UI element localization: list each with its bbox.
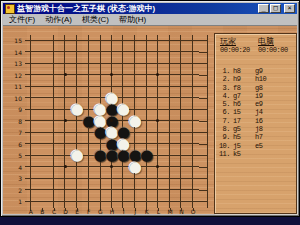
board-cell-l13[interactable] bbox=[153, 58, 165, 70]
board-cell-i3[interactable] bbox=[118, 173, 130, 185]
board-cell-b4[interactable] bbox=[37, 162, 49, 174]
move-number: 2. bbox=[215, 75, 230, 83]
board-cell-e10[interactable] bbox=[71, 93, 83, 105]
board-cell-f11[interactable] bbox=[83, 81, 95, 93]
board-cell-k15[interactable] bbox=[141, 35, 153, 47]
board-cell-j2[interactable] bbox=[129, 185, 141, 197]
window-controls: _ □ × bbox=[258, 4, 295, 13]
move-row-6: 6.i5j4 bbox=[215, 108, 296, 116]
board-cell-o12[interactable] bbox=[187, 70, 199, 82]
board-cell-f3[interactable] bbox=[83, 173, 95, 185]
board-cell-c2[interactable] bbox=[48, 185, 60, 197]
black-move: j5 bbox=[230, 142, 255, 150]
white-move: g9 bbox=[255, 67, 296, 75]
board-cell-b1[interactable] bbox=[37, 196, 49, 208]
board-cell-j6[interactable] bbox=[129, 139, 141, 151]
col-label-N: N bbox=[176, 208, 188, 215]
board-cell-m3[interactable] bbox=[164, 173, 176, 185]
board-cell-o5[interactable] bbox=[187, 150, 199, 162]
menu-item-1[interactable]: 动作(A) bbox=[41, 15, 78, 25]
board-cell-f9[interactable] bbox=[83, 104, 95, 116]
board-cell-c6[interactable] bbox=[48, 139, 60, 151]
board-cell-b11[interactable] bbox=[37, 81, 49, 93]
board-cell-j10[interactable] bbox=[129, 93, 141, 105]
move-number: 1. bbox=[215, 67, 230, 75]
black-move: h9 bbox=[230, 75, 255, 83]
board-cell-g11[interactable] bbox=[95, 81, 107, 93]
board-cell-b9[interactable] bbox=[37, 104, 49, 116]
col-label-F: F bbox=[83, 208, 95, 215]
board-cell-b14[interactable] bbox=[37, 47, 49, 59]
board-cell-f7[interactable] bbox=[83, 127, 95, 139]
col-label-H: H bbox=[106, 208, 118, 215]
board-cell-m8[interactable] bbox=[164, 116, 176, 128]
board-cell-d13[interactable] bbox=[60, 58, 72, 70]
board-cell-e13[interactable] bbox=[71, 58, 83, 70]
black-move: h5 bbox=[230, 133, 255, 141]
black-move: g5 bbox=[230, 125, 255, 133]
row-label-8: 8 bbox=[9, 118, 22, 125]
board-cell-a10[interactable] bbox=[25, 93, 37, 105]
board-cell-c14[interactable] bbox=[48, 47, 60, 59]
board-cell-m15[interactable] bbox=[164, 35, 176, 47]
board-cell-c8[interactable] bbox=[48, 116, 60, 128]
board-cell-a5[interactable] bbox=[25, 150, 37, 162]
board-cell-o2[interactable] bbox=[187, 185, 199, 197]
board-cell-o4[interactable] bbox=[187, 162, 199, 174]
board-cell-f1[interactable] bbox=[83, 196, 95, 208]
board-cell-b7[interactable] bbox=[37, 127, 49, 139]
player-clock: 00:00:20 bbox=[220, 46, 258, 55]
board-cell-n8[interactable] bbox=[176, 116, 188, 128]
board-cell-i12[interactable] bbox=[118, 70, 130, 82]
board-cell-c9[interactable] bbox=[48, 104, 60, 116]
black-stone-g5: ● bbox=[95, 150, 107, 162]
board-cell-b13[interactable] bbox=[37, 58, 49, 70]
board-cell-c4[interactable] bbox=[48, 162, 60, 174]
board-cell-h6[interactable]: ● bbox=[106, 139, 118, 151]
black-stone-h6: ● bbox=[106, 139, 118, 151]
board-cell-o14[interactable] bbox=[187, 47, 199, 59]
board-cell-d9[interactable] bbox=[60, 104, 72, 116]
board-cell-n13[interactable] bbox=[176, 58, 188, 70]
board-cell-o3[interactable] bbox=[187, 173, 199, 185]
board-cell-j9[interactable] bbox=[129, 104, 141, 116]
col-label-I: I bbox=[118, 208, 130, 215]
menu-item-3[interactable]: 帮助(H) bbox=[115, 15, 152, 25]
board-cell-l10[interactable] bbox=[153, 93, 165, 105]
move-row-4: 4.g7i9 bbox=[215, 92, 296, 100]
board-cell-h3[interactable] bbox=[106, 173, 118, 185]
board-cell-j5[interactable]: ● bbox=[129, 150, 141, 162]
board-cell-e2[interactable] bbox=[71, 185, 83, 197]
board-cell-h7[interactable]: ● bbox=[106, 127, 118, 139]
board-cell-i4[interactable] bbox=[118, 162, 130, 174]
board-cell-h4[interactable] bbox=[106, 162, 118, 174]
board-cell-m6[interactable] bbox=[164, 139, 176, 151]
board-cell-m11[interactable] bbox=[164, 81, 176, 93]
board-cell-i2[interactable] bbox=[118, 185, 130, 197]
board-cell-m4[interactable] bbox=[164, 162, 176, 174]
board-cell-c3[interactable] bbox=[48, 173, 60, 185]
board-cell-b15[interactable] bbox=[37, 35, 49, 47]
board-cell-a15[interactable] bbox=[25, 35, 37, 47]
board-cell-l11[interactable] bbox=[153, 81, 165, 93]
board-cell-l14[interactable] bbox=[153, 47, 165, 59]
board-cell-d15[interactable] bbox=[60, 35, 72, 47]
board-cell-o8[interactable] bbox=[187, 116, 199, 128]
board-cell-g4[interactable] bbox=[95, 162, 107, 174]
board-cell-d7[interactable] bbox=[60, 127, 72, 139]
board-cell-a4[interactable] bbox=[25, 162, 37, 174]
board-cell-h15[interactable] bbox=[106, 35, 118, 47]
board-cell-b10[interactable] bbox=[37, 93, 49, 105]
board-cell-k4[interactable] bbox=[141, 162, 153, 174]
board-cell-n6[interactable] bbox=[176, 139, 188, 151]
board-cell-e4[interactable] bbox=[71, 162, 83, 174]
board-cell-e11[interactable] bbox=[71, 81, 83, 93]
board-cell-a6[interactable] bbox=[25, 139, 37, 151]
board-cell-h12[interactable] bbox=[106, 70, 118, 82]
board-cell-h11[interactable] bbox=[106, 81, 118, 93]
board-cell-g7[interactable]: ● bbox=[95, 127, 107, 139]
board-cell-a3[interactable] bbox=[25, 173, 37, 185]
board-cell-d8[interactable] bbox=[60, 116, 72, 128]
board-cell-a12[interactable] bbox=[25, 70, 37, 82]
row-label-5: 5 bbox=[9, 152, 22, 159]
board-cell-i6[interactable]: ● bbox=[118, 139, 130, 151]
board-cell-h5[interactable]: ● bbox=[106, 150, 118, 162]
move-number: 10. bbox=[215, 142, 230, 150]
board-cell-g3[interactable] bbox=[95, 173, 107, 185]
row-label-14: 14 bbox=[9, 49, 22, 56]
board-cell-f5[interactable] bbox=[83, 150, 95, 162]
board-cell-k6[interactable] bbox=[141, 139, 153, 151]
board-cell-h10[interactable]: ● bbox=[106, 93, 118, 105]
board-cell-g13[interactable] bbox=[95, 58, 107, 70]
white-move: h10 bbox=[255, 75, 296, 83]
board-cell-d11[interactable] bbox=[60, 81, 72, 93]
board-cell-a9[interactable] bbox=[25, 104, 37, 116]
board-cell-j13[interactable] bbox=[129, 58, 141, 70]
board-cell-n7[interactable] bbox=[176, 127, 188, 139]
board-cell-a14[interactable] bbox=[25, 47, 37, 59]
board-cell-d12[interactable] bbox=[60, 70, 72, 82]
row-label-10: 10 bbox=[9, 95, 22, 102]
board-cell-f6[interactable] bbox=[83, 139, 95, 151]
window-title: 益智游戏十合一之五子棋 (状态:游戏中) bbox=[17, 3, 258, 14]
board-cell-d5[interactable] bbox=[60, 150, 72, 162]
board-cell-k10[interactable] bbox=[141, 93, 153, 105]
board-cell-h1[interactable] bbox=[106, 196, 118, 208]
board-cell-g5[interactable]: ● bbox=[95, 150, 107, 162]
board-cell-a13[interactable] bbox=[25, 58, 37, 70]
move-row-1: 1.h8g9 bbox=[215, 67, 296, 75]
desktop: { "window": { "title": "益智游戏十合一之五子棋 (状态:… bbox=[0, 0, 300, 225]
app-icon bbox=[5, 4, 15, 14]
white-move: e5 bbox=[255, 142, 296, 150]
board-cell-l6[interactable] bbox=[153, 139, 165, 151]
board-cell-n5[interactable] bbox=[176, 150, 188, 162]
col-label-O: O bbox=[187, 208, 199, 215]
board-cell-n11[interactable] bbox=[176, 81, 188, 93]
board-cell-o10[interactable] bbox=[187, 93, 199, 105]
board-cell-o9[interactable] bbox=[187, 104, 199, 116]
board-cell-b3[interactable] bbox=[37, 173, 49, 185]
board-cell-g9[interactable]: ● bbox=[95, 104, 107, 116]
board-cell-o7[interactable] bbox=[187, 127, 199, 139]
board-cell-k9[interactable] bbox=[141, 104, 153, 116]
board-cell-f12[interactable] bbox=[83, 70, 95, 82]
col-label-E: E bbox=[71, 208, 83, 215]
board-cell-f10[interactable] bbox=[83, 93, 95, 105]
row-label-15: 15 bbox=[9, 37, 22, 44]
menu-item-2[interactable]: 棋类(C) bbox=[78, 15, 115, 25]
black-move: h8 bbox=[230, 67, 255, 75]
board-cell-c7[interactable] bbox=[48, 127, 60, 139]
board-cell-e1[interactable] bbox=[71, 196, 83, 208]
board-cell-m12[interactable] bbox=[164, 70, 176, 82]
board-cell-a11[interactable] bbox=[25, 81, 37, 93]
game-window: 益智游戏十合一之五子棋 (状态:游戏中) _ □ × 文件(F)动作(A)棋类(… bbox=[0, 0, 300, 217]
board-cell-f15[interactable] bbox=[83, 35, 95, 47]
row-label-7: 7 bbox=[9, 129, 22, 136]
board-cell-k3[interactable] bbox=[141, 173, 153, 185]
white-stone-g9: ● bbox=[95, 104, 107, 116]
board-cell-i9[interactable]: ● bbox=[118, 104, 130, 116]
board-cell-j7[interactable] bbox=[129, 127, 141, 139]
board-cell-i10[interactable] bbox=[118, 93, 130, 105]
board-cell-d10[interactable] bbox=[60, 93, 72, 105]
board-cell-n10[interactable] bbox=[176, 93, 188, 105]
board-cell-e6[interactable] bbox=[71, 139, 83, 151]
board-cell-b12[interactable] bbox=[37, 70, 49, 82]
board-cell-c13[interactable] bbox=[48, 58, 60, 70]
black-move: f8 bbox=[230, 84, 255, 92]
board-cell-e12[interactable] bbox=[71, 70, 83, 82]
black-stone-j5: ● bbox=[129, 150, 141, 162]
board-cell-j1[interactable] bbox=[129, 196, 141, 208]
board-cell-e7[interactable] bbox=[71, 127, 83, 139]
board-cell-l7[interactable] bbox=[153, 127, 165, 139]
board-cell-c5[interactable] bbox=[48, 150, 60, 162]
board-cell-o1[interactable] bbox=[187, 196, 199, 208]
board-cell-n15[interactable] bbox=[176, 35, 188, 47]
move-list: 1.h8g92.h9h103.f8g84.g7i95.h6e96.i5j47.i… bbox=[215, 67, 296, 158]
board-cell-i7[interactable]: ● bbox=[118, 127, 130, 139]
board-cell-g12[interactable] bbox=[95, 70, 107, 82]
board-cell-g15[interactable] bbox=[95, 35, 107, 47]
board-cell-k14[interactable] bbox=[141, 47, 153, 59]
board-cell-i5[interactable]: ● bbox=[118, 150, 130, 162]
board-cell-n3[interactable] bbox=[176, 173, 188, 185]
board-cell-d4[interactable] bbox=[60, 162, 72, 174]
black-stone-h9: ● bbox=[106, 104, 118, 116]
menu-item-0[interactable]: 文件(F) bbox=[5, 15, 41, 25]
board-cell-k8[interactable] bbox=[141, 116, 153, 128]
row-label-2: 2 bbox=[9, 187, 22, 194]
board-cell-k7[interactable] bbox=[141, 127, 153, 139]
move-row-3: 3.f8g8 bbox=[215, 84, 296, 92]
title-bar[interactable]: 益智游戏十合一之五子棋 (状态:游戏中) _ □ × bbox=[3, 3, 297, 14]
board-cell-g8[interactable]: ● bbox=[95, 116, 107, 128]
close-button[interactable]: × bbox=[284, 4, 295, 13]
col-label-B: B bbox=[37, 208, 49, 215]
col-label-M: M bbox=[164, 208, 176, 215]
board-cell-l8[interactable] bbox=[153, 116, 165, 128]
board-cell-i11[interactable] bbox=[118, 81, 130, 93]
board-cell-d2[interactable] bbox=[60, 185, 72, 197]
board-cell-e3[interactable] bbox=[71, 173, 83, 185]
board-cell-j12[interactable] bbox=[129, 70, 141, 82]
board-cell-h2[interactable] bbox=[106, 185, 118, 197]
board-cell-l12[interactable] bbox=[153, 70, 165, 82]
board-cell-j14[interactable] bbox=[129, 47, 141, 59]
board-cell-l2[interactable] bbox=[153, 185, 165, 197]
board-cell-g6[interactable] bbox=[95, 139, 107, 151]
board-cell-n1[interactable] bbox=[176, 196, 188, 208]
board-cell-k2[interactable] bbox=[141, 185, 153, 197]
board-cell-j3[interactable] bbox=[129, 173, 141, 185]
board-cell-o11[interactable] bbox=[187, 81, 199, 93]
board-cell-l15[interactable] bbox=[153, 35, 165, 47]
board-cell-o15[interactable] bbox=[187, 35, 199, 47]
row-label-9: 9 bbox=[9, 106, 22, 113]
board-cell-j15[interactable] bbox=[129, 35, 141, 47]
board-cell-m1[interactable] bbox=[164, 196, 176, 208]
board-cell-d6[interactable] bbox=[60, 139, 72, 151]
black-move: h6 bbox=[230, 100, 255, 108]
maximize-button[interactable]: □ bbox=[270, 4, 281, 13]
board-cell-i8[interactable] bbox=[118, 116, 130, 128]
white-move: i6 bbox=[255, 117, 296, 125]
board-cell-c15[interactable] bbox=[48, 35, 60, 47]
board-cell-h8[interactable]: ● bbox=[106, 116, 118, 128]
row-label-1: 1 bbox=[9, 198, 22, 205]
white-stone-j8: ● bbox=[129, 116, 141, 128]
board-cell-c11[interactable] bbox=[48, 81, 60, 93]
board-cell-k11[interactable] bbox=[141, 81, 153, 93]
move-number: 11. bbox=[215, 150, 230, 158]
board-cell-e8[interactable] bbox=[71, 116, 83, 128]
board-cell-m13[interactable] bbox=[164, 58, 176, 70]
board-cell-f14[interactable] bbox=[83, 47, 95, 59]
row-label-11: 11 bbox=[9, 83, 22, 90]
board-cell-f2[interactable] bbox=[83, 185, 95, 197]
board-cell-m7[interactable] bbox=[164, 127, 176, 139]
board-cell-g2[interactable] bbox=[95, 185, 107, 197]
board-cell-n2[interactable] bbox=[176, 185, 188, 197]
board-cell-k13[interactable] bbox=[141, 58, 153, 70]
board-cell-g14[interactable] bbox=[95, 47, 107, 59]
board-cell-f13[interactable] bbox=[83, 58, 95, 70]
board-cell-n4[interactable] bbox=[176, 162, 188, 174]
board-cell-m5[interactable] bbox=[164, 150, 176, 162]
board-cell-k1[interactable] bbox=[141, 196, 153, 208]
board-cell-j11[interactable] bbox=[129, 81, 141, 93]
board-cell-o13[interactable] bbox=[187, 58, 199, 70]
board-cell-o6[interactable] bbox=[187, 139, 199, 151]
board-cell-e5[interactable]: ● bbox=[71, 150, 83, 162]
board-cell-l3[interactable] bbox=[153, 173, 165, 185]
board-cell-d1[interactable] bbox=[60, 196, 72, 208]
board-cell-b5[interactable] bbox=[37, 150, 49, 162]
board-cell-e15[interactable] bbox=[71, 35, 83, 47]
board-cell-b2[interactable] bbox=[37, 185, 49, 197]
board-cell-i15[interactable] bbox=[118, 35, 130, 47]
minimize-button[interactable]: _ bbox=[258, 4, 269, 13]
board-cell-n12[interactable] bbox=[176, 70, 188, 82]
player-name: 玩家 bbox=[220, 37, 258, 46]
board-cell-a1[interactable] bbox=[25, 196, 37, 208]
board-cell-j4[interactable]: ● bbox=[129, 162, 141, 174]
board-cell-m9[interactable] bbox=[164, 104, 176, 116]
board-cell-g1[interactable] bbox=[95, 196, 107, 208]
board-cell-k5[interactable]: ● bbox=[141, 150, 153, 162]
black-stone-h5: ● bbox=[106, 150, 118, 162]
move-number: 5. bbox=[215, 100, 230, 108]
board-cell-e14[interactable] bbox=[71, 47, 83, 59]
board-cell-f4[interactable] bbox=[83, 162, 95, 174]
board-cell-l9[interactable] bbox=[153, 104, 165, 116]
move-number: 3. bbox=[215, 84, 230, 92]
board-cell-k12[interactable] bbox=[141, 70, 153, 82]
board-cell-h9[interactable]: ● bbox=[106, 104, 118, 116]
board-cell-m14[interactable] bbox=[164, 47, 176, 59]
board-cell-m10[interactable] bbox=[164, 93, 176, 105]
board-cell-n14[interactable] bbox=[176, 47, 188, 59]
gomoku-board: ●●●●●●●●●●●●●●●●●●●●● bbox=[25, 35, 199, 208]
board-cell-b8[interactable] bbox=[37, 116, 49, 128]
board-cell-g10[interactable] bbox=[95, 93, 107, 105]
black-move: i5 bbox=[230, 108, 255, 116]
row-label-13: 13 bbox=[9, 60, 22, 67]
board-cell-l1[interactable] bbox=[153, 196, 165, 208]
board-cell-i13[interactable] bbox=[118, 58, 130, 70]
board-cell-l5[interactable] bbox=[153, 150, 165, 162]
row-label-6: 6 bbox=[9, 141, 22, 148]
black-move: g7 bbox=[230, 92, 255, 100]
board-cell-e9[interactable]: ● bbox=[71, 104, 83, 116]
board-cell-b6[interactable] bbox=[37, 139, 49, 151]
board-cell-h14[interactable] bbox=[106, 47, 118, 59]
board-cell-d3[interactable] bbox=[60, 173, 72, 185]
board-cell-c1[interactable] bbox=[48, 196, 60, 208]
col-label-D: D bbox=[60, 208, 72, 215]
computer-name: 电脑 bbox=[258, 37, 296, 46]
white-move: i9 bbox=[255, 92, 296, 100]
board-cell-a7[interactable] bbox=[25, 127, 37, 139]
row-label-12: 12 bbox=[9, 72, 22, 79]
board-cell-c12[interactable] bbox=[48, 70, 60, 82]
move-number: 7. bbox=[215, 117, 230, 125]
board-cell-d14[interactable] bbox=[60, 47, 72, 59]
board-cell-l4[interactable] bbox=[153, 162, 165, 174]
board-cell-j8[interactable]: ● bbox=[129, 116, 141, 128]
board-cell-m2[interactable] bbox=[164, 185, 176, 197]
board-cell-i14[interactable] bbox=[118, 47, 130, 59]
col-label-J: J bbox=[129, 208, 141, 215]
board-cell-c10[interactable] bbox=[48, 93, 60, 105]
board-cell-i1[interactable] bbox=[118, 196, 130, 208]
move-row-7: 7.i7i6 bbox=[215, 117, 296, 125]
board-cell-a2[interactable] bbox=[25, 185, 37, 197]
board-cell-n9[interactable] bbox=[176, 104, 188, 116]
board-cell-h13[interactable] bbox=[106, 58, 118, 70]
game-area: ●●●●●●●●●●●●●●●●●●●●● 151413121110987654… bbox=[3, 26, 297, 214]
board-cell-a8[interactable] bbox=[25, 116, 37, 128]
board-cell-f8[interactable]: ● bbox=[83, 116, 95, 128]
